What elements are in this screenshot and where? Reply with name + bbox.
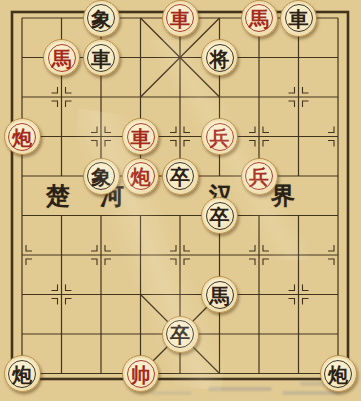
- piece-glyph: 卒: [170, 167, 190, 187]
- piece-red-馬-c1r1[interactable]: 馬: [43, 39, 80, 76]
- piece-red-車-c3r3[interactable]: 車: [122, 118, 159, 155]
- piece-red-兵-c6r4[interactable]: 兵: [241, 158, 278, 195]
- piece-glyph: 炮: [131, 167, 151, 187]
- piece-glyph: 卒: [210, 206, 230, 226]
- piece-glyph: 炮: [12, 364, 32, 384]
- piece-glyph: 炮: [12, 127, 32, 147]
- piece-glyph: 馬: [52, 48, 72, 68]
- piece-glyph: 卒: [170, 325, 190, 345]
- piece-glyph: 車: [91, 48, 111, 68]
- piece-glyph: 馬: [210, 285, 230, 305]
- piece-black-馬-c5r7[interactable]: 馬: [201, 276, 238, 313]
- piece-black-将-c5r1[interactable]: 将: [201, 39, 238, 76]
- piece-glyph: 車: [170, 9, 190, 29]
- piece-glyph: 象: [91, 167, 111, 187]
- piece-black-卒-c4r8[interactable]: 卒: [162, 316, 199, 353]
- piece-glyph: 象: [91, 9, 111, 29]
- piece-black-車-c2r1[interactable]: 車: [83, 39, 120, 76]
- xiangqi-board: 楚河 汉界 象車馬車馬車将炮車兵象炮卒兵卒馬卒炮帅炮: [0, 0, 361, 401]
- caption-artifact: [208, 387, 272, 391]
- piece-red-馬-c6r0[interactable]: 馬: [241, 0, 278, 37]
- caption-artifact: [282, 391, 340, 395]
- piece-black-象-c2r0[interactable]: 象: [83, 0, 120, 37]
- piece-red-兵-c5r3[interactable]: 兵: [201, 118, 238, 155]
- caption-artifact: [150, 391, 192, 395]
- piece-glyph: 馬: [249, 9, 269, 29]
- piece-red-炮-c3r4[interactable]: 炮: [122, 158, 159, 195]
- piece-glyph: 帅: [131, 364, 151, 384]
- piece-black-卒-c5r5[interactable]: 卒: [201, 197, 238, 234]
- piece-glyph: 兵: [249, 167, 269, 187]
- piece-red-帅-c3r9[interactable]: 帅: [122, 355, 159, 392]
- piece-black-炮-c8r9[interactable]: 炮: [320, 355, 357, 392]
- piece-black-卒-c4r4[interactable]: 卒: [162, 158, 199, 195]
- piece-glyph: 将: [210, 48, 230, 68]
- piece-red-車-c4r0[interactable]: 車: [162, 0, 199, 37]
- piece-glyph: 車: [289, 9, 309, 29]
- piece-glyph: 炮: [328, 364, 348, 384]
- piece-glyph: 兵: [210, 127, 230, 147]
- piece-glyph: 車: [131, 127, 151, 147]
- piece-black-車-c7r0[interactable]: 車: [280, 0, 317, 37]
- piece-black-象-c2r4[interactable]: 象: [83, 158, 120, 195]
- piece-black-炮-c0r9[interactable]: 炮: [4, 355, 41, 392]
- piece-red-炮-c0r3[interactable]: 炮: [4, 118, 41, 155]
